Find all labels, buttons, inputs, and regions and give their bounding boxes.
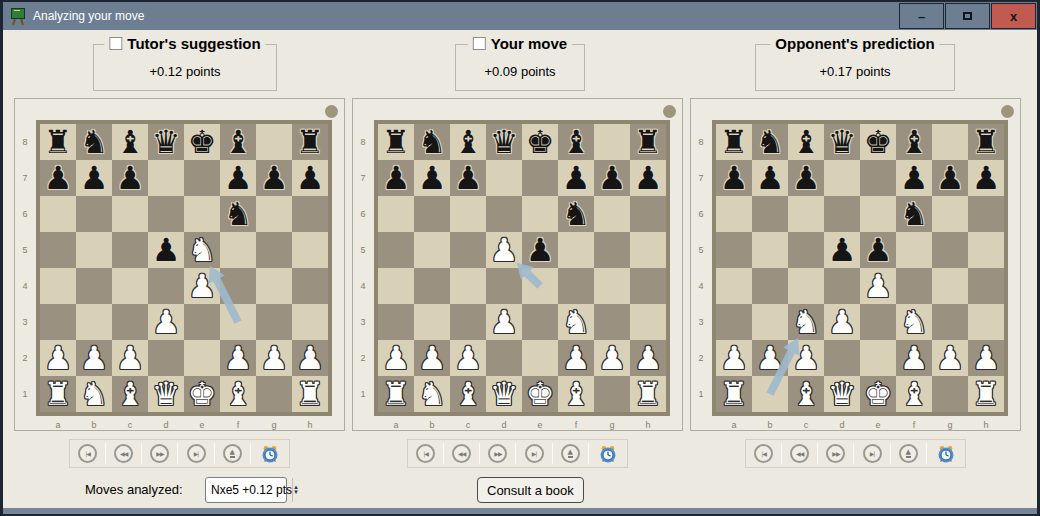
square-e4[interactable]: ♟ — [184, 268, 220, 304]
square-e8[interactable]: ♚ — [860, 124, 896, 160]
eject-button[interactable]: ▲ — [223, 444, 242, 463]
piece-white-knight[interactable]: ♞ — [896, 304, 932, 340]
piece-black-pawn[interactable]: ♟ — [40, 160, 76, 196]
square-g8[interactable] — [932, 124, 968, 160]
square-c7[interactable]: ♟ — [788, 160, 824, 196]
skip-start-button[interactable]: |◀ — [754, 444, 773, 463]
square-c5[interactable] — [112, 232, 148, 268]
piece-white-pawn[interactable]: ♟ — [788, 340, 824, 376]
square-h4[interactable] — [968, 268, 1004, 304]
square-g4[interactable] — [256, 268, 292, 304]
piece-white-pawn[interactable]: ♟ — [40, 340, 76, 376]
square-g5[interactable] — [256, 232, 292, 268]
square-g2[interactable]: ♟ — [594, 340, 630, 376]
piece-black-king[interactable]: ♚ — [860, 124, 896, 160]
square-e5[interactable]: ♞ — [184, 232, 220, 268]
piece-white-pawn[interactable]: ♟ — [860, 268, 896, 304]
square-d6[interactable] — [486, 196, 522, 232]
square-f8[interactable]: ♝ — [220, 124, 256, 160]
piece-black-pawn[interactable]: ♟ — [716, 160, 752, 196]
moves-analyzed-spinner[interactable]: Nxe5 +0.12 pts ▲ ▼ — [205, 477, 287, 503]
piece-white-pawn[interactable]: ♟ — [486, 232, 522, 268]
square-h6[interactable] — [292, 196, 328, 232]
square-b4[interactable] — [76, 268, 112, 304]
square-a5[interactable] — [716, 232, 752, 268]
square-a4[interactable] — [40, 268, 76, 304]
square-f4[interactable] — [896, 268, 932, 304]
spinner-steppers[interactable]: ▲ ▼ — [292, 478, 299, 502]
fast-forward-button[interactable]: ▶▶ — [826, 444, 845, 463]
square-h4[interactable] — [292, 268, 328, 304]
piece-black-pawn[interactable]: ♟ — [896, 160, 932, 196]
square-h8[interactable]: ♜ — [630, 124, 666, 160]
square-c2[interactable]: ♟ — [788, 340, 824, 376]
square-a1[interactable]: ♜ — [716, 376, 752, 412]
piece-white-rook[interactable]: ♜ — [40, 376, 76, 412]
square-e8[interactable]: ♚ — [184, 124, 220, 160]
rewind-button[interactable]: ◀◀ — [114, 444, 133, 463]
square-a7[interactable]: ♟ — [378, 160, 414, 196]
square-f7[interactable]: ♟ — [558, 160, 594, 196]
square-b7[interactable]: ♟ — [752, 160, 788, 196]
piece-black-bishop[interactable]: ♝ — [558, 124, 594, 160]
square-f2[interactable]: ♟ — [558, 340, 594, 376]
square-e6[interactable] — [184, 196, 220, 232]
square-f3[interactable]: ♞ — [896, 304, 932, 340]
square-h3[interactable] — [968, 304, 1004, 340]
square-g1[interactable] — [594, 376, 630, 412]
square-a1[interactable]: ♜ — [378, 376, 414, 412]
square-b3[interactable] — [414, 304, 450, 340]
square-d1[interactable]: ♛ — [824, 376, 860, 412]
square-f1[interactable]: ♝ — [220, 376, 256, 412]
square-c4[interactable] — [788, 268, 824, 304]
piece-white-pawn[interactable]: ♟ — [112, 340, 148, 376]
square-d3[interactable]: ♟ — [486, 304, 522, 340]
square-e7[interactable] — [860, 160, 896, 196]
piece-black-knight[interactable]: ♞ — [752, 124, 788, 160]
consult-book-button[interactable]: Consult a book — [477, 477, 584, 503]
piece-white-bishop[interactable]: ♝ — [788, 376, 824, 412]
square-h5[interactable] — [292, 232, 328, 268]
square-g3[interactable] — [256, 304, 292, 340]
square-b5[interactable] — [76, 232, 112, 268]
square-e2[interactable] — [522, 340, 558, 376]
square-g3[interactable] — [932, 304, 968, 340]
piece-black-king[interactable]: ♚ — [184, 124, 220, 160]
square-c8[interactable]: ♝ — [450, 124, 486, 160]
square-b5[interactable] — [752, 232, 788, 268]
square-g6[interactable] — [932, 196, 968, 232]
piece-black-rook[interactable]: ♜ — [968, 124, 1004, 160]
piece-black-pawn[interactable]: ♟ — [522, 232, 558, 268]
square-f3[interactable]: ♞ — [558, 304, 594, 340]
piece-white-bishop[interactable]: ♝ — [220, 376, 256, 412]
piece-black-pawn[interactable]: ♟ — [788, 160, 824, 196]
square-f2[interactable]: ♟ — [896, 340, 932, 376]
square-b3[interactable] — [752, 304, 788, 340]
square-b2[interactable]: ♟ — [76, 340, 112, 376]
square-b6[interactable] — [752, 196, 788, 232]
square-h3[interactable] — [630, 304, 666, 340]
piece-white-queen[interactable]: ♛ — [486, 376, 522, 412]
square-a6[interactable] — [378, 196, 414, 232]
piece-black-rook[interactable]: ♜ — [716, 124, 752, 160]
square-e1[interactable]: ♚ — [860, 376, 896, 412]
piece-white-pawn[interactable]: ♟ — [486, 304, 522, 340]
square-h6[interactable] — [968, 196, 1004, 232]
piece-black-pawn[interactable]: ♟ — [594, 160, 630, 196]
square-b5[interactable] — [414, 232, 450, 268]
square-b6[interactable] — [414, 196, 450, 232]
square-h1[interactable]: ♜ — [292, 376, 328, 412]
square-h7[interactable]: ♟ — [292, 160, 328, 196]
alarm-clock-button[interactable] — [935, 443, 957, 465]
piece-black-pawn[interactable]: ♟ — [752, 160, 788, 196]
square-g1[interactable] — [256, 376, 292, 412]
square-g8[interactable] — [256, 124, 292, 160]
square-c5[interactable] — [788, 232, 824, 268]
square-e8[interactable]: ♚ — [522, 124, 558, 160]
square-f5[interactable] — [220, 232, 256, 268]
square-g8[interactable] — [594, 124, 630, 160]
piece-black-rook[interactable]: ♜ — [40, 124, 76, 160]
square-c6[interactable] — [450, 196, 486, 232]
piece-white-rook[interactable]: ♜ — [968, 376, 1004, 412]
piece-white-pawn[interactable]: ♟ — [896, 340, 932, 376]
piece-white-pawn[interactable]: ♟ — [716, 340, 752, 376]
square-c2[interactable]: ♟ — [450, 340, 486, 376]
piece-white-king[interactable]: ♚ — [522, 376, 558, 412]
square-h3[interactable] — [292, 304, 328, 340]
piece-black-bishop[interactable]: ♝ — [788, 124, 824, 160]
square-b3[interactable] — [76, 304, 112, 340]
square-a1[interactable]: ♜ — [40, 376, 76, 412]
square-f6[interactable]: ♞ — [220, 196, 256, 232]
square-b8[interactable]: ♞ — [76, 124, 112, 160]
square-c1[interactable]: ♝ — [788, 376, 824, 412]
square-c8[interactable]: ♝ — [112, 124, 148, 160]
square-d4[interactable] — [486, 268, 522, 304]
square-h8[interactable]: ♜ — [968, 124, 1004, 160]
square-e7[interactable] — [522, 160, 558, 196]
chess-board[interactable]: ♜♞♝♛♚♝♜♟♟♟♟♟♟♞♟♞♟♟♟♟♟♟♟♟♜♞♝♛♚♝♜ — [36, 120, 332, 416]
piece-black-knight[interactable]: ♞ — [220, 196, 256, 232]
square-a7[interactable]: ♟ — [40, 160, 76, 196]
square-d5[interactable]: ♟ — [148, 232, 184, 268]
square-e3[interactable] — [860, 304, 896, 340]
square-f8[interactable]: ♝ — [558, 124, 594, 160]
piece-white-pawn[interactable]: ♟ — [932, 340, 968, 376]
square-e1[interactable]: ♚ — [522, 376, 558, 412]
square-e2[interactable] — [860, 340, 896, 376]
square-g1[interactable] — [932, 376, 968, 412]
square-h1[interactable]: ♜ — [968, 376, 1004, 412]
rewind-button[interactable]: ◀◀ — [790, 444, 809, 463]
piece-white-queen[interactable]: ♛ — [824, 376, 860, 412]
square-c3[interactable]: ♞ — [788, 304, 824, 340]
square-h2[interactable]: ♟ — [292, 340, 328, 376]
square-e1[interactable]: ♚ — [184, 376, 220, 412]
square-d5[interactable]: ♟ — [824, 232, 860, 268]
square-c2[interactable]: ♟ — [112, 340, 148, 376]
square-e2[interactable] — [184, 340, 220, 376]
piece-black-knight[interactable]: ♞ — [76, 124, 112, 160]
chess-board[interactable]: ♜♞♝♛♚♝♜♟♟♟♟♟♟♞♟♟♟♞♟♞♟♟♟♟♟♟♜♝♛♚♝♜ — [712, 120, 1008, 416]
square-b2[interactable]: ♟ — [414, 340, 450, 376]
title-bar[interactable]: Analyzing your move – x — [3, 2, 1037, 30]
piece-white-pawn[interactable]: ♟ — [148, 304, 184, 340]
square-b7[interactable]: ♟ — [76, 160, 112, 196]
piece-black-pawn[interactable]: ♟ — [292, 160, 328, 196]
fast-forward-button[interactable]: ▶▶ — [488, 444, 507, 463]
piece-black-pawn[interactable]: ♟ — [220, 160, 256, 196]
spinner-down-icon[interactable]: ▼ — [293, 490, 299, 495]
piece-white-pawn[interactable]: ♟ — [292, 340, 328, 376]
square-g6[interactable] — [594, 196, 630, 232]
skip-start-button[interactable]: |◀ — [416, 444, 435, 463]
square-h1[interactable]: ♜ — [630, 376, 666, 412]
piece-black-pawn[interactable]: ♟ — [76, 160, 112, 196]
square-g5[interactable] — [932, 232, 968, 268]
square-g2[interactable]: ♟ — [256, 340, 292, 376]
square-c1[interactable]: ♝ — [112, 376, 148, 412]
square-c5[interactable] — [450, 232, 486, 268]
square-h6[interactable] — [630, 196, 666, 232]
piece-black-pawn[interactable]: ♟ — [450, 160, 486, 196]
square-d7[interactable] — [148, 160, 184, 196]
square-d8[interactable]: ♛ — [486, 124, 522, 160]
square-c4[interactable] — [450, 268, 486, 304]
square-g4[interactable] — [932, 268, 968, 304]
square-f8[interactable]: ♝ — [896, 124, 932, 160]
piece-white-pawn[interactable]: ♟ — [76, 340, 112, 376]
piece-white-bishop[interactable]: ♝ — [450, 376, 486, 412]
square-e6[interactable] — [860, 196, 896, 232]
square-d1[interactable]: ♛ — [148, 376, 184, 412]
piece-black-bishop[interactable]: ♝ — [896, 124, 932, 160]
piece-black-queen[interactable]: ♛ — [824, 124, 860, 160]
square-f7[interactable]: ♟ — [896, 160, 932, 196]
square-e4[interactable] — [522, 268, 558, 304]
square-g7[interactable]: ♟ — [256, 160, 292, 196]
square-a8[interactable]: ♜ — [716, 124, 752, 160]
square-h7[interactable]: ♟ — [630, 160, 666, 196]
square-d5[interactable]: ♟ — [486, 232, 522, 268]
square-f6[interactable]: ♞ — [558, 196, 594, 232]
square-h4[interactable] — [630, 268, 666, 304]
piece-white-rook[interactable]: ♜ — [292, 376, 328, 412]
piece-black-pawn[interactable]: ♟ — [148, 232, 184, 268]
tutor-suggestion-checkbox[interactable] — [109, 37, 122, 50]
alarm-clock-button[interactable] — [259, 443, 281, 465]
square-b4[interactable] — [414, 268, 450, 304]
square-h5[interactable] — [630, 232, 666, 268]
skip-end-button[interactable]: ▶| — [187, 444, 206, 463]
fast-forward-button[interactable]: ▶▶ — [150, 444, 169, 463]
square-d4[interactable] — [148, 268, 184, 304]
square-a3[interactable] — [378, 304, 414, 340]
square-a3[interactable] — [40, 304, 76, 340]
square-a4[interactable] — [716, 268, 752, 304]
square-e4[interactable]: ♟ — [860, 268, 896, 304]
square-d8[interactable]: ♛ — [824, 124, 860, 160]
piece-black-knight[interactable]: ♞ — [558, 196, 594, 232]
piece-black-pawn[interactable]: ♟ — [256, 160, 292, 196]
square-f5[interactable] — [896, 232, 932, 268]
square-a2[interactable]: ♟ — [378, 340, 414, 376]
piece-white-pawn[interactable]: ♟ — [752, 340, 788, 376]
piece-white-pawn[interactable]: ♟ — [256, 340, 292, 376]
square-d4[interactable] — [824, 268, 860, 304]
square-a6[interactable] — [40, 196, 76, 232]
piece-white-knight[interactable]: ♞ — [184, 232, 220, 268]
square-c6[interactable] — [112, 196, 148, 232]
square-g7[interactable]: ♟ — [932, 160, 968, 196]
close-button[interactable]: x — [991, 3, 1036, 29]
piece-white-rook[interactable]: ♜ — [378, 376, 414, 412]
square-f5[interactable] — [558, 232, 594, 268]
square-c4[interactable] — [112, 268, 148, 304]
piece-white-pawn[interactable]: ♟ — [824, 304, 860, 340]
square-a2[interactable]: ♟ — [40, 340, 76, 376]
square-h2[interactable]: ♟ — [630, 340, 666, 376]
piece-white-pawn[interactable]: ♟ — [220, 340, 256, 376]
your-move-checkbox[interactable] — [473, 37, 486, 50]
eject-button[interactable]: ▲ — [899, 444, 918, 463]
square-g2[interactable]: ♟ — [932, 340, 968, 376]
piece-black-pawn[interactable]: ♟ — [414, 160, 450, 196]
piece-white-bishop[interactable]: ♝ — [896, 376, 932, 412]
piece-black-bishop[interactable]: ♝ — [112, 124, 148, 160]
piece-black-pawn[interactable]: ♟ — [630, 160, 666, 196]
piece-white-king[interactable]: ♚ — [860, 376, 896, 412]
square-f7[interactable]: ♟ — [220, 160, 256, 196]
piece-black-pawn[interactable]: ♟ — [112, 160, 148, 196]
maximize-button[interactable] — [945, 3, 990, 29]
square-d1[interactable]: ♛ — [486, 376, 522, 412]
square-b1[interactable] — [752, 376, 788, 412]
square-c3[interactable] — [450, 304, 486, 340]
piece-black-pawn[interactable]: ♟ — [824, 232, 860, 268]
piece-black-queen[interactable]: ♛ — [486, 124, 522, 160]
square-e5[interactable]: ♟ — [522, 232, 558, 268]
square-b1[interactable]: ♞ — [414, 376, 450, 412]
square-d3[interactable]: ♟ — [148, 304, 184, 340]
piece-white-pawn[interactable]: ♟ — [968, 340, 1004, 376]
piece-white-pawn[interactable]: ♟ — [184, 268, 220, 304]
square-c7[interactable]: ♟ — [450, 160, 486, 196]
square-f4[interactable] — [558, 268, 594, 304]
square-d3[interactable]: ♟ — [824, 304, 860, 340]
square-g6[interactable] — [256, 196, 292, 232]
square-c6[interactable] — [788, 196, 824, 232]
square-f6[interactable]: ♞ — [896, 196, 932, 232]
square-e3[interactable] — [522, 304, 558, 340]
piece-white-knight[interactable]: ♞ — [414, 376, 450, 412]
square-a5[interactable] — [40, 232, 76, 268]
square-a3[interactable] — [716, 304, 752, 340]
square-c3[interactable] — [112, 304, 148, 340]
square-c8[interactable]: ♝ — [788, 124, 824, 160]
piece-black-pawn[interactable]: ♟ — [558, 160, 594, 196]
square-f3[interactable] — [220, 304, 256, 340]
piece-white-bishop[interactable]: ♝ — [112, 376, 148, 412]
piece-white-pawn[interactable]: ♟ — [630, 340, 666, 376]
square-e3[interactable] — [184, 304, 220, 340]
square-a8[interactable]: ♜ — [40, 124, 76, 160]
square-d6[interactable] — [824, 196, 860, 232]
square-h5[interactable] — [968, 232, 1004, 268]
alarm-clock-button[interactable] — [597, 443, 619, 465]
square-b4[interactable] — [752, 268, 788, 304]
square-b8[interactable]: ♞ — [414, 124, 450, 160]
piece-black-pawn[interactable]: ♟ — [860, 232, 896, 268]
square-c1[interactable]: ♝ — [450, 376, 486, 412]
piece-white-knight[interactable]: ♞ — [558, 304, 594, 340]
piece-black-pawn[interactable]: ♟ — [378, 160, 414, 196]
square-f1[interactable]: ♝ — [896, 376, 932, 412]
piece-white-rook[interactable]: ♜ — [716, 376, 752, 412]
square-d2[interactable] — [148, 340, 184, 376]
minimize-button[interactable]: – — [899, 3, 944, 29]
eject-button[interactable]: ▲ — [561, 444, 580, 463]
skip-end-button[interactable]: ▶| — [525, 444, 544, 463]
square-d6[interactable] — [148, 196, 184, 232]
square-b1[interactable]: ♞ — [76, 376, 112, 412]
piece-black-bishop[interactable]: ♝ — [450, 124, 486, 160]
piece-white-rook[interactable]: ♜ — [630, 376, 666, 412]
piece-white-pawn[interactable]: ♟ — [378, 340, 414, 376]
square-b2[interactable]: ♟ — [752, 340, 788, 376]
piece-black-rook[interactable]: ♜ — [292, 124, 328, 160]
square-g3[interactable] — [594, 304, 630, 340]
skip-start-button[interactable]: |◀ — [78, 444, 97, 463]
piece-black-bishop[interactable]: ♝ — [220, 124, 256, 160]
square-c7[interactable]: ♟ — [112, 160, 148, 196]
piece-black-king[interactable]: ♚ — [522, 124, 558, 160]
square-a8[interactable]: ♜ — [378, 124, 414, 160]
square-e7[interactable] — [184, 160, 220, 196]
square-h7[interactable]: ♟ — [968, 160, 1004, 196]
piece-white-knight[interactable]: ♞ — [76, 376, 112, 412]
square-d2[interactable] — [486, 340, 522, 376]
square-d7[interactable] — [486, 160, 522, 196]
square-g4[interactable] — [594, 268, 630, 304]
piece-black-pawn[interactable]: ♟ — [968, 160, 1004, 196]
piece-white-pawn[interactable]: ♟ — [558, 340, 594, 376]
square-f4[interactable] — [220, 268, 256, 304]
square-f2[interactable]: ♟ — [220, 340, 256, 376]
piece-black-rook[interactable]: ♜ — [630, 124, 666, 160]
square-a5[interactable] — [378, 232, 414, 268]
rewind-button[interactable]: ◀◀ — [452, 444, 471, 463]
square-g5[interactable] — [594, 232, 630, 268]
square-d7[interactable] — [824, 160, 860, 196]
skip-end-button[interactable]: ▶| — [863, 444, 882, 463]
piece-black-knight[interactable]: ♞ — [896, 196, 932, 232]
square-b6[interactable] — [76, 196, 112, 232]
square-f1[interactable]: ♝ — [558, 376, 594, 412]
piece-white-pawn[interactable]: ♟ — [450, 340, 486, 376]
piece-white-bishop[interactable]: ♝ — [558, 376, 594, 412]
square-g7[interactable]: ♟ — [594, 160, 630, 196]
square-a7[interactable]: ♟ — [716, 160, 752, 196]
piece-black-rook[interactable]: ♜ — [378, 124, 414, 160]
piece-white-knight[interactable]: ♞ — [788, 304, 824, 340]
square-e6[interactable] — [522, 196, 558, 232]
piece-white-pawn[interactable]: ♟ — [594, 340, 630, 376]
